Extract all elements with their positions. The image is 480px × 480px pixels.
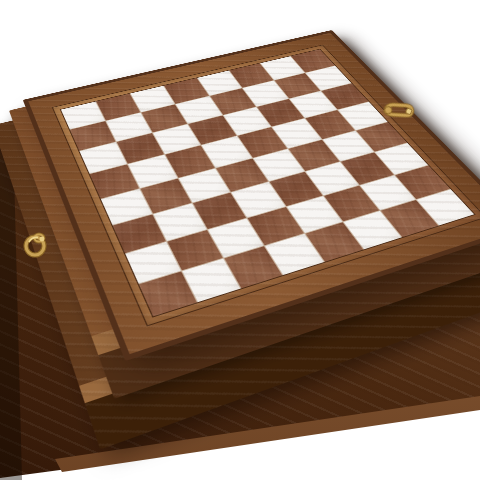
chess-case-scene [0, 0, 480, 480]
photo-stage [0, 0, 480, 480]
